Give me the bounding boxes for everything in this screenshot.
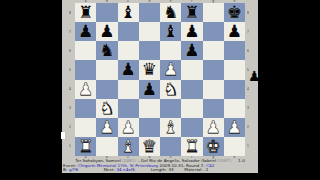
square-e6[interactable] [160,41,181,60]
white-king-icon: ♚ [206,137,221,156]
square-h3[interactable] [224,99,245,118]
square-d5[interactable]: ♛ [139,60,160,79]
square-g2[interactable]: ♟ [203,118,224,137]
square-e7[interactable]: ♝ [160,22,181,41]
video-frame: abcdefgh abcdefgh 87654321 87654321 ♜♝♞♜… [0,0,320,180]
square-a1[interactable]: ♜ [75,137,96,156]
white-bishop-icon: ♝ [121,137,136,156]
white-pawn-icon: ♟ [121,118,136,137]
square-g7[interactable] [203,22,224,41]
material-label: Material: [184,167,202,172]
black-bishop-icon: ♝ [121,3,136,22]
square-f2[interactable] [181,118,202,137]
coord-label: 7 [69,22,71,41]
square-h6[interactable] [224,41,245,60]
square-b7[interactable]: ♟ [96,22,117,41]
square-g4[interactable] [203,80,224,99]
square-a8[interactable]: ♜ [75,3,96,22]
coord-label: 2 [247,118,249,137]
black-rook-icon: ♜ [184,3,199,22]
white-pawn-icon: ♟ [227,118,242,137]
square-e4[interactable]: ♞ [160,80,181,99]
square-e5[interactable]: ♟ [160,60,181,79]
white-pawn-icon: ♟ [163,60,178,79]
eco-code: C42 [206,162,214,167]
coord-label: 1 [247,137,249,156]
square-h5[interactable] [224,60,245,79]
square-d2[interactable] [139,118,160,137]
next-move-label: Next: [104,167,115,172]
players-separator: - [138,158,140,163]
black-pawn-icon: ♟ [227,22,242,41]
square-h2[interactable]: ♟ [224,118,245,137]
coord-label: 5 [69,60,71,79]
square-d4[interactable]: ♟ [139,80,160,99]
white-rook-icon: ♜ [184,137,199,156]
square-f4[interactable] [181,80,202,99]
square-e1[interactable] [160,137,181,156]
coord-label: 6 [69,41,71,60]
square-e2[interactable]: ♝ [160,118,181,137]
square-g5[interactable] [203,60,224,79]
white-bishop-icon: ♝ [163,118,178,137]
square-a7[interactable]: ♟ [75,22,96,41]
white-player-rating: (2481) [122,158,136,163]
black-king-icon: ♚ [227,3,242,22]
black-queen-icon: ♛ [142,60,157,79]
event-label: Event: [63,162,76,167]
caption: Ter-Sahakyan, Samvel(2481)-Del Rio de An… [63,158,257,172]
square-c1[interactable]: ♝ [118,137,139,156]
black-pawn-icon: ♟ [78,22,93,41]
square-h7[interactable]: ♟ [224,22,245,41]
white-pawn-icon: ♟ [78,80,93,99]
square-f3[interactable] [181,99,202,118]
black-bishop-icon: ♝ [163,22,178,41]
coord-label: 2 [69,118,71,137]
black-pawn-icon: ♟ [142,80,157,99]
square-c7[interactable] [118,22,139,41]
square-a2[interactable] [75,118,96,137]
square-d3[interactable] [139,99,160,118]
black-pawn-icon: ♟ [248,69,261,83]
white-pawn-icon: ♟ [99,118,114,137]
square-b2[interactable]: ♟ [96,118,117,137]
black-rook-icon: ♜ [78,3,93,22]
square-a4[interactable]: ♟ [75,80,96,99]
length-label: Length: [151,167,167,172]
white-knight-icon: ♞ [99,99,114,118]
last-move-value: g7f6 [69,167,78,172]
coord-label: 6 [247,41,249,60]
black-player-rating: (2587) [217,158,231,163]
square-c4[interactable] [118,80,139,99]
chess-board: ♜♝♞♜♚♟♟♝♟♟♞♟♟♛♟♟♟♞♞♟♟♝♟♟♜♝♛♜♚ [75,3,245,156]
square-c5[interactable]: ♟ [118,60,139,79]
square-a5[interactable] [75,60,96,79]
coord-label: 3 [69,99,71,118]
square-c6[interactable] [118,41,139,60]
square-b1[interactable] [96,137,117,156]
length-value: 33 [168,167,173,172]
square-c8[interactable]: ♝ [118,3,139,22]
black-knight-icon: ♞ [99,41,114,60]
next-move-value: 34 e4xf6 [116,167,134,172]
black-pawn-icon: ♟ [184,41,199,60]
square-c2[interactable]: ♟ [118,118,139,137]
event-date-round: 2009.10.31, Round 7, [159,162,204,167]
coord-label: 4 [69,79,71,98]
square-g1[interactable]: ♚ [203,137,224,156]
coord-label: 8 [247,3,249,22]
square-h1[interactable] [224,137,245,156]
rank-labels-left: 87654321 [69,3,71,156]
square-b6[interactable]: ♞ [96,41,117,60]
white-pawn-icon: ♟ [206,118,221,137]
square-e8[interactable]: ♞ [160,3,181,22]
square-e3[interactable] [160,99,181,118]
material-value: -1 [204,167,208,172]
board-panel: abcdefgh abcdefgh 87654321 87654321 ♜♝♞♜… [62,0,258,173]
status-line: B:g7f6Next:34 e4xf6Length:33Material:-1 [63,167,257,172]
square-b4[interactable] [96,80,117,99]
event-link[interactable]: Chigorin Memorial 17th, St Petersburg [78,162,158,167]
white-knight-icon: ♞ [163,80,178,99]
black-pawn-icon: ♟ [184,22,199,41]
players-line: Ter-Sahakyan, Samvel(2481)-Del Rio de An… [63,158,257,163]
last-move-label: B: [63,167,67,172]
black-pawn-icon: ♟ [99,22,114,41]
game-result: 1-0 [238,158,245,163]
square-g8[interactable] [203,3,224,22]
coord-label: 8 [69,3,71,22]
square-f6[interactable]: ♟ [181,41,202,60]
square-h4[interactable] [224,80,245,99]
square-b5[interactable] [96,60,117,79]
square-f1[interactable]: ♜ [181,137,202,156]
square-d6[interactable] [139,41,160,60]
black-player-name: Del Rio de Angelis, Salvador Gabriel [141,158,216,163]
square-a3[interactable] [75,99,96,118]
left-edge-artifact [61,132,65,139]
event-line: Event:Chigorin Memorial 17th, St Petersb… [63,162,257,167]
coord-label: 7 [247,22,249,41]
square-h8[interactable]: ♚ [224,3,245,22]
square-g6[interactable] [203,41,224,60]
square-g3[interactable] [203,99,224,118]
black-knight-icon: ♞ [163,3,178,22]
square-c3[interactable] [118,99,139,118]
square-f8[interactable]: ♜ [181,3,202,22]
square-a6[interactable] [75,41,96,60]
white-rook-icon: ♜ [78,137,93,156]
square-f5[interactable] [181,60,202,79]
black-pawn-icon: ♟ [121,60,136,79]
square-d7[interactable] [139,22,160,41]
white-player-name: Ter-Sahakyan, Samvel [75,158,121,163]
square-d1[interactable]: ♛ [139,137,160,156]
square-f7[interactable]: ♟ [181,22,202,41]
coord-label: 1 [69,137,71,156]
white-queen-icon: ♛ [142,137,157,156]
coord-label: 3 [247,99,249,118]
square-d8[interactable] [139,3,160,22]
square-b8[interactable] [96,3,117,22]
square-b3[interactable]: ♞ [96,99,117,118]
